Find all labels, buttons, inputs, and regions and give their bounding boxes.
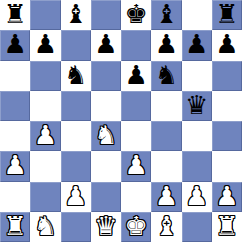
black-queen[interactable]: ♛: [185, 92, 208, 118]
square-h7[interactable]: ♟: [212, 30, 242, 60]
square-h1[interactable]: ♜: [212, 212, 242, 242]
square-a2[interactable]: [0, 182, 30, 212]
square-g1[interactable]: [182, 212, 212, 242]
square-e6[interactable]: ♟: [121, 61, 151, 91]
square-c1[interactable]: [61, 212, 91, 242]
white-pawn[interactable]: ♟: [34, 122, 57, 148]
black-pawn[interactable]: ♟: [94, 31, 117, 57]
square-d2[interactable]: [91, 182, 121, 212]
white-bishop[interactable]: ♝: [155, 213, 178, 239]
white-pawn[interactable]: ♟: [64, 183, 87, 209]
square-e8[interactable]: ♚: [121, 0, 151, 30]
square-c4[interactable]: [61, 121, 91, 151]
square-h6[interactable]: [212, 61, 242, 91]
white-pawn[interactable]: ♟: [215, 183, 238, 209]
square-g7[interactable]: ♟: [182, 30, 212, 60]
square-b4[interactable]: ♟: [30, 121, 60, 151]
white-queen[interactable]: ♛: [94, 213, 117, 239]
white-pawn[interactable]: ♟: [3, 152, 26, 178]
square-f6[interactable]: ♞: [151, 61, 181, 91]
black-rook[interactable]: ♜: [3, 1, 26, 27]
black-rook[interactable]: ♜: [215, 1, 238, 27]
square-c3[interactable]: [61, 151, 91, 181]
black-knight[interactable]: ♞: [155, 62, 178, 88]
black-bishop[interactable]: ♝: [155, 1, 178, 27]
square-d7[interactable]: ♟: [91, 30, 121, 60]
white-knight[interactable]: ♞: [94, 122, 117, 148]
square-h2[interactable]: ♟: [212, 182, 242, 212]
square-d1[interactable]: ♛: [91, 212, 121, 242]
square-g8[interactable]: [182, 0, 212, 30]
black-king[interactable]: ♚: [124, 1, 147, 27]
square-b3[interactable]: [30, 151, 60, 181]
square-b6[interactable]: [30, 61, 60, 91]
square-c6[interactable]: ♞: [61, 61, 91, 91]
square-b7[interactable]: ♟: [30, 30, 60, 60]
square-f7[interactable]: ♟: [151, 30, 181, 60]
square-c8[interactable]: ♝: [61, 0, 91, 30]
square-e3[interactable]: ♟: [121, 151, 151, 181]
square-a6[interactable]: [0, 61, 30, 91]
square-b8[interactable]: [30, 0, 60, 30]
square-a4[interactable]: [0, 121, 30, 151]
black-pawn[interactable]: ♟: [185, 31, 208, 57]
square-f1[interactable]: ♝: [151, 212, 181, 242]
square-b2[interactable]: [30, 182, 60, 212]
square-d6[interactable]: [91, 61, 121, 91]
white-rook[interactable]: ♜: [3, 213, 26, 239]
square-a1[interactable]: ♜: [0, 212, 30, 242]
square-c7[interactable]: [61, 30, 91, 60]
square-d8[interactable]: [91, 0, 121, 30]
square-e5[interactable]: [121, 91, 151, 121]
square-f8[interactable]: ♝: [151, 0, 181, 30]
chess-board: ♜♝♚♝♜♟♟♟♟♟♟♞♟♞♛♟♞♟♟♟♟♟♟♜♞♛♚♝♜: [0, 0, 242, 242]
square-h4[interactable]: [212, 121, 242, 151]
black-bishop[interactable]: ♝: [64, 1, 87, 27]
square-d3[interactable]: [91, 151, 121, 181]
square-f4[interactable]: [151, 121, 181, 151]
square-a3[interactable]: ♟: [0, 151, 30, 181]
white-pawn[interactable]: ♟: [124, 152, 147, 178]
square-c5[interactable]: [61, 91, 91, 121]
square-b5[interactable]: [30, 91, 60, 121]
square-e7[interactable]: [121, 30, 151, 60]
square-f2[interactable]: ♟: [151, 182, 181, 212]
square-g2[interactable]: ♟: [182, 182, 212, 212]
square-e2[interactable]: [121, 182, 151, 212]
square-g3[interactable]: [182, 151, 212, 181]
white-pawn[interactable]: ♟: [185, 183, 208, 209]
square-a8[interactable]: ♜: [0, 0, 30, 30]
white-knight[interactable]: ♞: [34, 213, 57, 239]
white-rook[interactable]: ♜: [215, 213, 238, 239]
square-g4[interactable]: [182, 121, 212, 151]
black-pawn[interactable]: ♟: [155, 31, 178, 57]
square-f3[interactable]: [151, 151, 181, 181]
white-king[interactable]: ♚: [124, 213, 147, 239]
black-pawn[interactable]: ♟: [215, 31, 238, 57]
square-a5[interactable]: [0, 91, 30, 121]
square-a7[interactable]: ♟: [0, 30, 30, 60]
square-h5[interactable]: [212, 91, 242, 121]
square-c2[interactable]: ♟: [61, 182, 91, 212]
square-h3[interactable]: [212, 151, 242, 181]
square-b1[interactable]: ♞: [30, 212, 60, 242]
square-e4[interactable]: [121, 121, 151, 151]
square-h8[interactable]: ♜: [212, 0, 242, 30]
square-e1[interactable]: ♚: [121, 212, 151, 242]
black-pawn[interactable]: ♟: [3, 31, 26, 57]
square-g5[interactable]: ♛: [182, 91, 212, 121]
square-g6[interactable]: [182, 61, 212, 91]
white-pawn[interactable]: ♟: [155, 183, 178, 209]
black-knight[interactable]: ♞: [64, 62, 87, 88]
black-pawn[interactable]: ♟: [34, 31, 57, 57]
square-d5[interactable]: [91, 91, 121, 121]
square-f5[interactable]: [151, 91, 181, 121]
square-d4[interactable]: ♞: [91, 121, 121, 151]
black-pawn[interactable]: ♟: [124, 62, 147, 88]
